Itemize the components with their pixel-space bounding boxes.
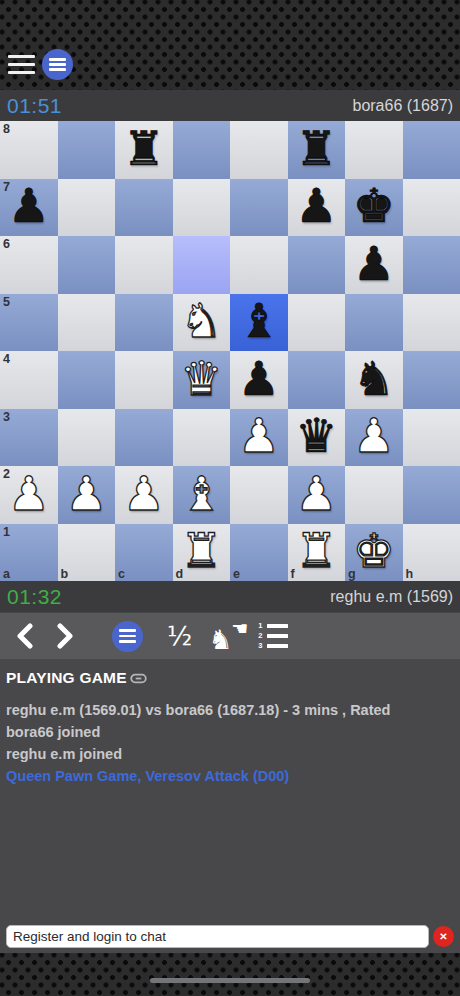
square-g7[interactable]: ♚ [345,179,403,237]
square-b2[interactable]: ♟ [58,466,116,524]
chat-row: ✕ [6,925,454,953]
square-b5[interactable] [58,294,116,352]
white-rook[interactable]: ♜ [295,527,337,574]
prev-move-button[interactable] [10,621,40,651]
square-c5[interactable] [115,294,173,352]
opening-name-link[interactable]: Queen Pawn Game, Veresov Attack (D00) [6,765,454,787]
square-e5[interactable]: ♝ [230,294,288,352]
black-rook[interactable]: ♜ [295,125,337,172]
square-h1[interactable]: h [403,524,460,582]
file-label: d [176,567,184,581]
square-a5[interactable]: 5 [0,294,58,352]
square-f8[interactable]: ♜ [288,121,346,179]
square-a7[interactable]: 7♟ [0,179,58,237]
square-e6[interactable] [230,236,288,294]
square-d1[interactable]: d♜ [173,524,231,582]
black-pawn[interactable]: ♟ [238,355,280,402]
list-number: 2 [258,632,265,640]
white-pawn[interactable]: ♟ [353,412,395,459]
square-c8[interactable]: ♜ [115,121,173,179]
opponent-clock: 01:51 [7,94,62,118]
home-indicator[interactable] [150,978,310,983]
square-e1[interactable]: e [230,524,288,582]
square-e3[interactable]: ♟ [230,409,288,467]
top-header [0,0,460,90]
app-window: 01:51 bora66 (1687) 8♜♜7♟♟♚6♟5♞♝4♛♟♞3♟♛♟… [0,0,460,996]
file-label: e [233,567,240,581]
game-actions-icon-bar [119,635,136,638]
list-bar [267,644,288,647]
offer-draw-icon[interactable]: ½ [167,621,192,651]
game-actions-icon-bar [119,629,136,632]
player-clock: 01:32 [7,585,62,609]
square-e4[interactable]: ♟ [230,351,288,409]
white-knight[interactable]: ♞ [180,297,222,344]
square-f1[interactable]: f♜ [288,524,346,582]
file-label: b [61,567,69,581]
status-heading: PLAYING GAME [6,669,127,687]
square-d6[interactable] [173,236,231,294]
list-bar [267,634,288,637]
game-actions-icon[interactable] [112,621,143,652]
status-line: bora66 joined [6,721,454,743]
square-f7[interactable]: ♟ [288,179,346,237]
square-e8[interactable] [230,121,288,179]
square-g3[interactable]: ♟ [345,409,403,467]
file-label: a [3,567,10,581]
next-move-button[interactable] [50,621,80,651]
game-actions-icon-bar [119,640,136,643]
square-c3[interactable] [115,409,173,467]
square-g1[interactable]: g♚ [345,524,403,582]
black-knight[interactable]: ♞ [353,355,395,402]
rank-label: 5 [3,295,10,309]
file-label: c [118,567,125,581]
resign-icon[interactable]: ♞ ☚ [208,619,248,653]
square-h6[interactable] [403,236,460,294]
square-a2[interactable]: 2♟ [0,466,58,524]
square-g5[interactable] [345,294,403,352]
list-bar [267,624,288,627]
square-d3[interactable] [173,409,231,467]
square-g4[interactable]: ♞ [345,351,403,409]
bottom-footer [0,953,460,996]
menu-icon[interactable] [8,55,35,74]
square-a1[interactable]: 1a [0,524,58,582]
square-h5[interactable] [403,294,460,352]
rank-label: 2 [3,467,10,481]
square-f6[interactable] [288,236,346,294]
game-menu-icon-bar [49,68,66,71]
opponent-name: bora66 (1687) [352,97,453,115]
square-b3[interactable] [58,409,116,467]
square-b4[interactable] [58,351,116,409]
square-e7[interactable] [230,179,288,237]
rank-label: 3 [3,410,10,424]
chevron-left-icon [14,623,36,649]
square-c7[interactable] [115,179,173,237]
square-d8[interactable] [173,121,231,179]
game-info-panel: PLAYING GAME reghu e.m (1569.01) vs bora… [0,659,460,953]
black-pawn[interactable]: ♟ [295,182,337,229]
file-label: h [406,567,414,581]
menu-icon-bar [8,63,35,66]
square-b8[interactable] [58,121,116,179]
square-a6[interactable]: 6 [0,236,58,294]
chess-board[interactable]: 8♜♜7♟♟♚6♟5♞♝4♛♟♞3♟♛♟2♟♟♟♝♟1abcd♜ef♜g♚h [0,121,460,581]
white-rook[interactable]: ♜ [180,527,222,574]
square-h4[interactable] [403,351,460,409]
game-menu-icon-bar [49,63,66,66]
file-label: g [348,567,356,581]
square-d5[interactable]: ♞ [173,294,231,352]
white-king[interactable]: ♚ [353,527,395,574]
square-a3[interactable]: 3 [0,409,58,467]
square-h2[interactable] [403,466,460,524]
status-line: reghu e.m joined [6,743,454,765]
resign-hand-glyph: ☚ [231,619,248,638]
square-f5[interactable] [288,294,346,352]
white-pawn[interactable]: ♟ [238,412,280,459]
square-d7[interactable] [173,179,231,237]
player-clock-bar: 01:32 reghu e.m (1569) [0,581,460,612]
square-a8[interactable]: 8 [0,121,58,179]
square-f2[interactable]: ♟ [288,466,346,524]
rank-label: 8 [3,122,10,136]
chat-input[interactable] [6,925,429,948]
list-number: 3 [258,642,265,650]
black-queen[interactable]: ♛ [295,412,337,459]
resign-knight-glyph: ♞ [208,626,232,653]
square-f3[interactable]: ♛ [288,409,346,467]
rank-label: 1 [3,525,10,539]
black-pawn[interactable]: ♟ [8,182,50,229]
square-h7[interactable] [403,179,460,237]
square-f4[interactable] [288,351,346,409]
clear-chat-button[interactable]: ✕ [433,926,454,947]
player-name: reghu e.m (1569) [330,588,453,606]
square-h3[interactable] [403,409,460,467]
square-b6[interactable] [58,236,116,294]
square-h8[interactable] [403,121,460,179]
white-queen[interactable]: ♛ [180,355,222,402]
move-list-icon[interactable]: 1 2 3 [258,622,288,650]
square-d4[interactable]: ♛ [173,351,231,409]
list-number: 1 [258,622,265,630]
chevron-right-icon [54,623,76,649]
opponent-clock-bar: 01:51 bora66 (1687) [0,90,460,121]
square-c1[interactable]: c [115,524,173,582]
rank-label: 7 [3,180,10,194]
black-rook[interactable]: ♜ [123,125,165,172]
menu-icon-bar [8,55,35,58]
black-bishop[interactable]: ♝ [238,297,280,344]
black-king[interactable]: ♚ [353,182,395,229]
nav-bar: ½ ♞ ☚ 1 2 3 [0,612,460,659]
square-d2[interactable]: ♝ [173,466,231,524]
white-pawn[interactable]: ♟ [65,470,107,517]
link-icon[interactable] [130,672,147,685]
square-c2[interactable]: ♟ [115,466,173,524]
square-e2[interactable] [230,466,288,524]
file-label: f [291,567,295,581]
square-g8[interactable] [345,121,403,179]
status-heading-row: PLAYING GAME [6,669,454,687]
square-c6[interactable] [115,236,173,294]
white-pawn[interactable]: ♟ [8,470,50,517]
status-lines: reghu e.m (1569.01) vs bora66 (1687.18) … [6,699,454,765]
square-g6[interactable]: ♟ [345,236,403,294]
white-pawn[interactable]: ♟ [295,470,337,517]
white-bishop[interactable]: ♝ [180,470,222,517]
game-menu-icon-bar [49,58,66,61]
square-a4[interactable]: 4 [0,351,58,409]
square-b7[interactable] [58,179,116,237]
square-g2[interactable] [345,466,403,524]
clear-icon: ✕ [439,931,447,942]
square-c4[interactable] [115,351,173,409]
menu-icon-bar [8,71,35,74]
white-pawn[interactable]: ♟ [123,470,165,517]
rank-label: 4 [3,352,10,366]
square-b1[interactable]: b [58,524,116,582]
rank-label: 6 [3,237,10,251]
black-pawn[interactable]: ♟ [353,240,395,287]
status-line: reghu e.m (1569.01) vs bora66 (1687.18) … [6,699,454,721]
game-menu-icon[interactable] [42,49,73,80]
